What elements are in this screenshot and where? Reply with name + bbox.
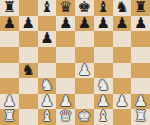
square-h1[interactable]: ♜	[131, 109, 150, 125]
square-c8[interactable]: ♝	[38, 0, 57, 16]
square-h4[interactable]	[131, 63, 150, 79]
piece-black-pawn[interactable]: ♟	[96, 15, 109, 31]
piece-black-pawn[interactable]: ♟	[21, 15, 34, 31]
square-f7[interactable]: ♟	[94, 16, 113, 32]
square-a5[interactable]	[0, 47, 19, 63]
piece-black-pawn[interactable]: ♟	[3, 15, 16, 31]
square-b4[interactable]: ♞	[19, 63, 38, 79]
square-a4[interactable]	[0, 63, 19, 79]
square-h6[interactable]	[131, 31, 150, 47]
square-a6[interactable]	[0, 31, 19, 47]
piece-black-pawn[interactable]: ♟	[59, 15, 72, 31]
piece-black-pawn[interactable]: ♟	[78, 15, 91, 31]
piece-white-queen[interactable]: ♛	[59, 109, 72, 125]
square-c5[interactable]	[38, 47, 57, 63]
square-f5[interactable]	[94, 47, 113, 63]
square-d4[interactable]	[56, 63, 75, 79]
piece-white-bishop[interactable]: ♝	[96, 109, 109, 125]
square-f6[interactable]	[94, 31, 113, 47]
square-e6[interactable]	[75, 31, 94, 47]
square-b1[interactable]	[19, 109, 38, 125]
piece-white-bishop[interactable]: ♝	[40, 109, 53, 125]
square-c6[interactable]: ♟	[38, 31, 57, 47]
square-d1[interactable]: ♛	[56, 109, 75, 125]
square-h7[interactable]: ♟	[131, 16, 150, 32]
piece-black-knight[interactable]: ♞	[21, 62, 34, 78]
piece-white-pawn[interactable]: ♟	[78, 62, 91, 78]
square-b2[interactable]	[19, 94, 38, 110]
square-h5[interactable]	[131, 47, 150, 63]
square-g2[interactable]: ♟	[113, 94, 132, 110]
square-d5[interactable]	[56, 47, 75, 63]
square-g1[interactable]	[113, 109, 132, 125]
square-b7[interactable]: ♟	[19, 16, 38, 32]
square-d7[interactable]: ♟	[56, 16, 75, 32]
piece-white-pawn[interactable]: ♟	[115, 93, 128, 109]
square-g6[interactable]	[113, 31, 132, 47]
piece-black-bishop[interactable]: ♝	[40, 0, 53, 15]
square-f1[interactable]: ♝	[94, 109, 113, 125]
piece-white-rook[interactable]: ♜	[3, 109, 16, 125]
square-b6[interactable]	[19, 31, 38, 47]
piece-black-pawn[interactable]: ♟	[40, 31, 53, 47]
square-a7[interactable]: ♟	[0, 16, 19, 32]
square-e1[interactable]: ♚	[75, 109, 94, 125]
square-b3[interactable]	[19, 78, 38, 94]
square-g5[interactable]	[113, 47, 132, 63]
chess-board: ♜♝♛♚♝♞♜♟♟♟♟♟♟♟♟♞♟♞♞♟♟♟♟♟♟♜♝♛♚♝♜	[0, 0, 150, 125]
square-g7[interactable]: ♟	[113, 16, 132, 32]
square-c1[interactable]: ♝	[38, 109, 57, 125]
square-g4[interactable]	[113, 63, 132, 79]
piece-white-king[interactable]: ♚	[78, 109, 91, 125]
square-e7[interactable]: ♟	[75, 16, 94, 32]
piece-black-pawn[interactable]: ♟	[115, 15, 128, 31]
square-d6[interactable]	[56, 31, 75, 47]
square-e4[interactable]: ♟	[75, 63, 94, 79]
piece-white-rook[interactable]: ♜	[134, 109, 147, 125]
square-a1[interactable]: ♜	[0, 109, 19, 125]
piece-black-pawn[interactable]: ♟	[134, 15, 147, 31]
square-e3[interactable]	[75, 78, 94, 94]
